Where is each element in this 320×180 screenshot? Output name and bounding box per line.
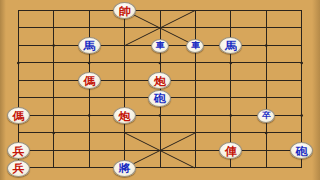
piece-label: 卒 <box>262 111 271 119</box>
piece-black-chariot[interactable]: 車 <box>151 39 169 53</box>
piece-red-general[interactable]: 帥 <box>113 2 136 19</box>
piece-label: 砲 <box>296 145 308 156</box>
piece-black-chariot[interactable]: 車 <box>186 39 204 53</box>
piece-label: 兵 <box>12 162 24 173</box>
piece-red-cannon[interactable]: 炮 <box>148 72 171 89</box>
piece-red-horse[interactable]: 傌 <box>78 72 101 89</box>
piece-red-horse[interactable]: 傌 <box>7 107 30 124</box>
piece-label: 車 <box>191 41 200 49</box>
piece-label: 傌 <box>83 75 95 86</box>
piece-label: 炮 <box>119 110 131 121</box>
piece-red-cannon[interactable]: 炮 <box>113 107 136 124</box>
piece-label: 馬 <box>83 40 95 51</box>
piece-label: 馬 <box>225 40 237 51</box>
piece-black-horse[interactable]: 馬 <box>78 37 101 54</box>
piece-black-cannon[interactable]: 砲 <box>290 142 313 159</box>
xiangqi-screenshot: 帥馬車車馬傌炮砲傌炮卒兵俥砲兵將 <box>0 0 320 180</box>
piece-label: 車 <box>155 41 164 49</box>
piece-black-horse[interactable]: 馬 <box>219 37 242 54</box>
piece-label: 兵 <box>12 145 24 156</box>
piece-label: 俥 <box>225 145 237 156</box>
piece-red-chariot[interactable]: 俥 <box>219 142 242 159</box>
piece-black-cannon[interactable]: 砲 <box>148 90 171 107</box>
piece-label: 帥 <box>119 5 131 16</box>
piece-label: 砲 <box>154 92 166 103</box>
pieces-layer: 帥馬車車馬傌炮砲傌炮卒兵俥砲兵將 <box>0 0 320 180</box>
piece-label: 傌 <box>12 110 24 121</box>
piece-red-soldier[interactable]: 兵 <box>7 160 30 177</box>
piece-label: 炮 <box>154 75 166 86</box>
piece-red-soldier[interactable]: 兵 <box>7 142 30 159</box>
piece-black-soldier[interactable]: 卒 <box>257 109 275 123</box>
piece-black-general[interactable]: 將 <box>113 160 136 177</box>
piece-label: 將 <box>119 162 131 173</box>
